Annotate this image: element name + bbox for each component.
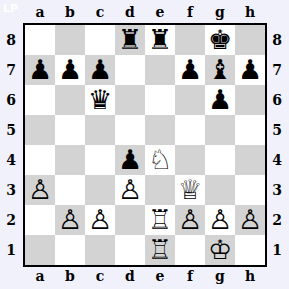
piece-bp-b7: ♟ [55,55,85,85]
square-d7[interactable] [115,55,145,85]
file-label-a: a [25,266,55,286]
square-h5[interactable] [235,115,265,145]
file-label-a: a [25,2,55,22]
square-c2[interactable]: ♙ [85,205,115,235]
square-h2[interactable]: ♙ [235,205,265,235]
rank-label-3: 3 [268,175,286,205]
square-e6[interactable] [145,85,175,115]
piece-bq-c6: ♛ [85,85,115,115]
rank-label-6: 6 [268,85,286,115]
file-label-h: h [235,2,265,22]
square-a2[interactable] [25,205,55,235]
chess-board: ♜♜♚♟♟♟♟♝♟♛♟♟♘♙♙♕♙♙♖♙♙♙♖♔ [23,23,267,267]
piece-wn-e4: ♘ [145,145,175,175]
file-labels-bottom: abcdefgh [25,266,265,286]
piece-wp-a3: ♙ [25,175,55,205]
square-c6[interactable]: ♛ [85,85,115,115]
square-b2[interactable]: ♙ [55,205,85,235]
piece-wp-c2: ♙ [85,205,115,235]
file-label-e: e [145,266,175,286]
square-a8[interactable] [25,25,55,55]
file-labels-top: abcdefgh [25,2,265,22]
rank-label-5: 5 [268,115,286,145]
square-b3[interactable] [55,175,85,205]
square-c1[interactable] [85,235,115,265]
rank-label-2: 2 [268,205,286,235]
square-b4[interactable] [55,145,85,175]
square-f2[interactable]: ♙ [175,205,205,235]
square-d1[interactable] [115,235,145,265]
square-h7[interactable]: ♟ [235,55,265,85]
square-e8[interactable]: ♜ [145,25,175,55]
piece-wp-d3: ♙ [115,175,145,205]
square-f7[interactable]: ♟ [175,55,205,85]
square-b1[interactable] [55,235,85,265]
piece-wp-f2: ♙ [175,205,205,235]
chess-diagram: LP abcdefgh 87654321 ♜♜♚♟♟♟♟♝♟♛♟♟♘♙♙♕♙♙♖… [0,0,289,289]
rank-label-3: 3 [2,175,20,205]
square-c5[interactable] [85,115,115,145]
square-a6[interactable] [25,85,55,115]
square-f6[interactable] [175,85,205,115]
square-d6[interactable] [115,85,145,115]
square-d2[interactable] [115,205,145,235]
square-e5[interactable] [145,115,175,145]
square-h6[interactable] [235,85,265,115]
square-g1[interactable]: ♔ [205,235,235,265]
square-b6[interactable] [55,85,85,115]
file-label-c: c [85,266,115,286]
square-e1[interactable]: ♖ [145,235,175,265]
piece-wp-h2: ♙ [235,205,265,235]
piece-br-e8: ♜ [145,25,175,55]
square-a5[interactable] [25,115,55,145]
file-label-d: d [115,2,145,22]
rank-label-6: 6 [2,85,20,115]
piece-bk-g8: ♚ [205,25,235,55]
file-label-f: f [175,266,205,286]
square-a1[interactable] [25,235,55,265]
square-b5[interactable] [55,115,85,145]
square-e4[interactable]: ♘ [145,145,175,175]
piece-bp-f7: ♟ [175,55,205,85]
square-a4[interactable] [25,145,55,175]
square-h4[interactable] [235,145,265,175]
rank-label-8: 8 [2,25,20,55]
file-label-f: f [175,2,205,22]
file-label-b: b [55,2,85,22]
square-c8[interactable] [85,25,115,55]
piece-wk-g1: ♔ [205,235,235,265]
square-d4[interactable]: ♟ [115,145,145,175]
square-f3[interactable]: ♕ [175,175,205,205]
square-d8[interactable]: ♜ [115,25,145,55]
square-d5[interactable] [115,115,145,145]
piece-bp-a7: ♟ [25,55,55,85]
file-label-e: e [145,2,175,22]
square-f4[interactable] [175,145,205,175]
rank-label-5: 5 [2,115,20,145]
square-f1[interactable] [175,235,205,265]
file-label-h: h [235,266,265,286]
rank-label-1: 1 [2,235,20,265]
square-d3[interactable]: ♙ [115,175,145,205]
piece-bp-h7: ♟ [235,55,265,85]
file-label-d: d [115,266,145,286]
square-g6[interactable]: ♟ [205,85,235,115]
piece-wp-g2: ♙ [205,205,235,235]
rank-label-4: 4 [268,145,286,175]
file-label-g: g [205,2,235,22]
square-g2[interactable]: ♙ [205,205,235,235]
piece-wp-b2: ♙ [55,205,85,235]
rank-label-8: 8 [268,25,286,55]
square-g8[interactable]: ♚ [205,25,235,55]
rank-label-7: 7 [2,55,20,85]
piece-br-d8: ♜ [115,25,145,55]
piece-bb-g7: ♝ [205,55,235,85]
piece-wr-e2: ♖ [145,205,175,235]
rank-labels-right: 87654321 [268,25,286,265]
square-g3[interactable] [205,175,235,205]
square-e2[interactable]: ♖ [145,205,175,235]
rank-label-1: 1 [268,235,286,265]
square-h1[interactable] [235,235,265,265]
square-c4[interactable] [85,145,115,175]
square-f8[interactable] [175,25,205,55]
file-label-b: b [55,266,85,286]
square-h3[interactable] [235,175,265,205]
square-g4[interactable] [205,145,235,175]
rank-labels-left: 87654321 [2,25,20,265]
square-g5[interactable] [205,115,235,145]
watermark: LP [3,2,18,15]
square-e3[interactable] [145,175,175,205]
piece-bp-g6: ♟ [205,85,235,115]
square-a7[interactable]: ♟ [25,55,55,85]
rank-label-7: 7 [268,55,286,85]
piece-bp-c7: ♟ [85,55,115,85]
piece-bp-d4: ♟ [115,145,145,175]
rank-label-4: 4 [2,145,20,175]
square-b8[interactable] [55,25,85,55]
rank-label-2: 2 [2,205,20,235]
square-f5[interactable] [175,115,205,145]
piece-wq-f3: ♕ [175,175,205,205]
square-g7[interactable]: ♝ [205,55,235,85]
square-e7[interactable] [145,55,175,85]
square-a3[interactable]: ♙ [25,175,55,205]
square-h8[interactable] [235,25,265,55]
file-label-c: c [85,2,115,22]
piece-wr-e1: ♖ [145,235,175,265]
square-c3[interactable] [85,175,115,205]
square-c7[interactable]: ♟ [85,55,115,85]
square-b7[interactable]: ♟ [55,55,85,85]
file-label-g: g [205,266,235,286]
